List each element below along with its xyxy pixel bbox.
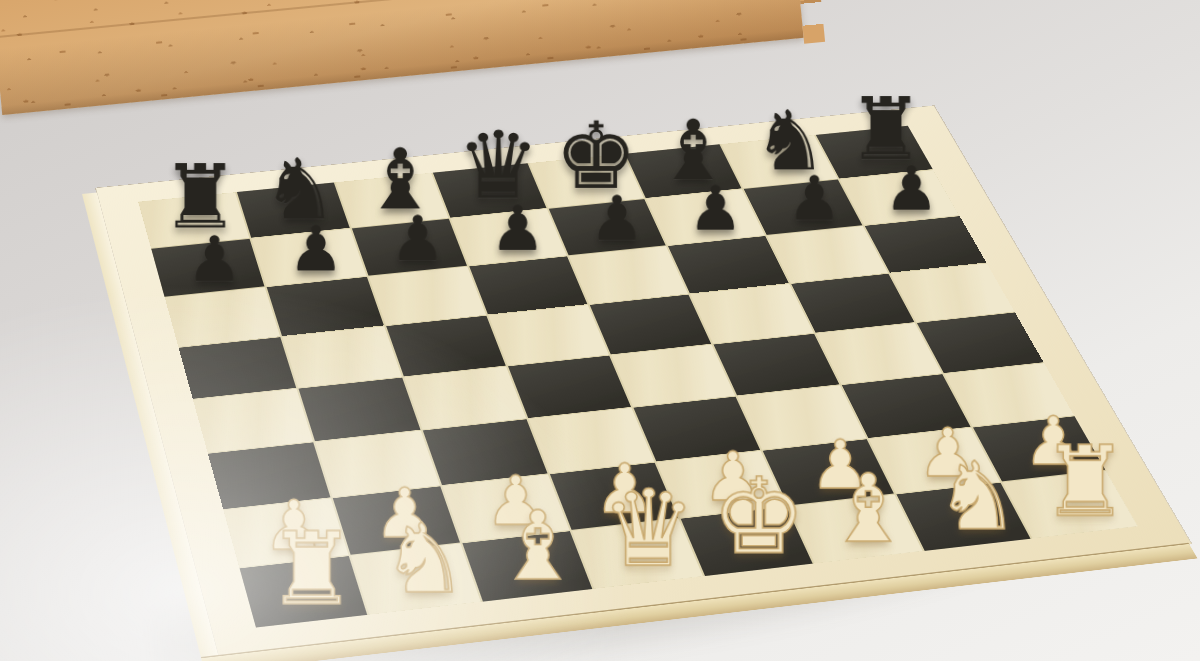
square-c6 — [368, 266, 485, 325]
white-pawn: ♟ — [786, 431, 894, 498]
square-b7: ♟ — [252, 229, 366, 286]
square-e6 — [569, 246, 688, 304]
square-a1: ♜ — [240, 556, 368, 628]
square-d5 — [488, 305, 609, 365]
square-a6 — [165, 287, 281, 347]
square-b2: ♟ — [333, 486, 459, 554]
square-c5 — [386, 316, 506, 377]
square-b3 — [316, 431, 440, 497]
square-e5 — [590, 294, 712, 354]
square-f3 — [738, 386, 866, 450]
square-d6 — [469, 256, 587, 314]
square-d2: ♟ — [550, 462, 678, 529]
product-photo-scene: ♜♞♝♛♚♝♞♜♟♟♟♟♟♟♟♟♟♟♟♟♟♟♟♟♜♞♝♛♚♝♞♜ — [0, 0, 1200, 661]
square-a2: ♟ — [223, 498, 348, 567]
square-d8: ♛ — [433, 163, 547, 217]
square-c2: ♟ — [442, 474, 569, 542]
square-b5 — [283, 326, 402, 387]
square-d3 — [528, 408, 654, 473]
square-c7: ♟ — [351, 219, 466, 276]
square-d1: ♛ — [572, 519, 703, 589]
chessboard: ♜♞♝♛♚♝♞♜♟♟♟♟♟♟♟♟♟♟♟♟♟♟♟♟♜♞♝♛♚♝♞♜ — [96, 106, 1191, 657]
black-rook: ♜ — [837, 87, 934, 173]
square-d7: ♟ — [450, 209, 566, 265]
square-h4 — [917, 312, 1044, 373]
square-b4 — [299, 378, 420, 442]
square-e7: ♟ — [549, 199, 666, 255]
square-a3 — [208, 442, 331, 508]
square-a4 — [193, 389, 313, 453]
square-e8: ♚ — [529, 154, 644, 208]
square-a5 — [179, 337, 297, 399]
black-bishop: ♝ — [350, 138, 448, 222]
square-b1: ♞ — [351, 543, 480, 614]
board-rim: ♜♞♝♛♚♝♞♜♟♟♟♟♟♟♟♟♟♟♟♟♟♟♟♟♜♞♝♛♚♝♞♜ — [96, 106, 1191, 657]
square-d4 — [508, 356, 631, 419]
square-f4 — [714, 334, 839, 396]
square-b6 — [267, 277, 384, 336]
square-c3 — [422, 419, 547, 484]
square-c1: ♝ — [462, 531, 592, 602]
black-knight: ♞ — [251, 148, 350, 232]
square-e4 — [611, 345, 735, 407]
square-f8: ♝ — [625, 144, 741, 198]
square-c4 — [404, 367, 526, 430]
square-f6 — [668, 236, 788, 293]
square-f5 — [691, 284, 814, 343]
black-rook: ♜ — [150, 154, 249, 242]
board-grid: ♜♞♝♛♚♝♞♜♟♟♟♟♟♟♟♟♟♟♟♟♟♟♟♟♜♞♝♛♚♝♞♜ — [138, 126, 1137, 628]
square-e3 — [633, 397, 760, 461]
